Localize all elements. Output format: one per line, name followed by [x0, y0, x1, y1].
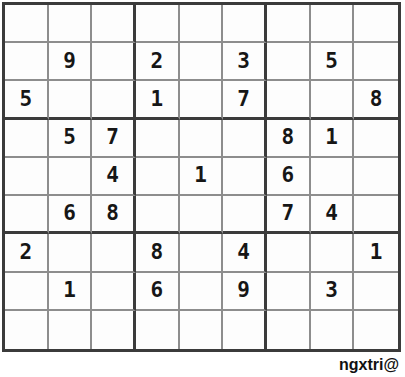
- cell-r2c3[interactable]: [92, 43, 136, 81]
- cell-r2c9[interactable]: [354, 43, 398, 81]
- cell-r6c2[interactable]: 6: [49, 196, 93, 234]
- cell-r9c5[interactable]: [180, 311, 224, 349]
- cell-r6c7[interactable]: 7: [267, 196, 311, 234]
- cell-r6c3[interactable]: 8: [92, 196, 136, 234]
- cell-r8c7[interactable]: [267, 273, 311, 311]
- cell-r4c6[interactable]: [223, 120, 267, 158]
- cell-r1c2[interactable]: [49, 5, 93, 43]
- cell-r3c4[interactable]: 1: [136, 81, 180, 119]
- cell-r3c6[interactable]: 7: [223, 81, 267, 119]
- cell-r8c6[interactable]: 9: [223, 273, 267, 311]
- cell-r2c5[interactable]: [180, 43, 224, 81]
- cell-r5c6[interactable]: [223, 158, 267, 196]
- cell-r6c1[interactable]: [5, 196, 49, 234]
- cell-r3c1[interactable]: 5: [5, 81, 49, 119]
- cell-r8c5[interactable]: [180, 273, 224, 311]
- sudoku-page: 923551785781416687428411693 ngxtri@: [0, 0, 405, 377]
- cell-r6c4[interactable]: [136, 196, 180, 234]
- cell-r8c4[interactable]: 6: [136, 273, 180, 311]
- cell-r1c6[interactable]: [223, 5, 267, 43]
- cell-r6c6[interactable]: [223, 196, 267, 234]
- cell-r3c7[interactable]: [267, 81, 311, 119]
- cell-r4c9[interactable]: [354, 120, 398, 158]
- cell-r3c3[interactable]: [92, 81, 136, 119]
- cell-r4c5[interactable]: [180, 120, 224, 158]
- cell-r5c4[interactable]: [136, 158, 180, 196]
- cell-r4c3[interactable]: 7: [92, 120, 136, 158]
- cell-r2c4[interactable]: 2: [136, 43, 180, 81]
- cell-r9c2[interactable]: [49, 311, 93, 349]
- cell-r8c8[interactable]: 3: [311, 273, 355, 311]
- cell-r3c5[interactable]: [180, 81, 224, 119]
- cell-r3c8[interactable]: [311, 81, 355, 119]
- cell-r5c2[interactable]: [49, 158, 93, 196]
- cell-r4c7[interactable]: 8: [267, 120, 311, 158]
- cell-r2c7[interactable]: [267, 43, 311, 81]
- cell-r4c4[interactable]: [136, 120, 180, 158]
- cell-r2c8[interactable]: 5: [311, 43, 355, 81]
- cell-r4c1[interactable]: [5, 120, 49, 158]
- cell-r6c9[interactable]: [354, 196, 398, 234]
- cell-r2c1[interactable]: [5, 43, 49, 81]
- cell-r8c2[interactable]: 1: [49, 273, 93, 311]
- cell-r1c5[interactable]: [180, 5, 224, 43]
- cell-r4c8[interactable]: 1: [311, 120, 355, 158]
- cell-r5c9[interactable]: [354, 158, 398, 196]
- sudoku-board: 923551785781416687428411693: [2, 2, 401, 352]
- cell-r9c8[interactable]: [311, 311, 355, 349]
- cell-r9c6[interactable]: [223, 311, 267, 349]
- cell-r7c2[interactable]: [49, 234, 93, 272]
- cell-r9c7[interactable]: [267, 311, 311, 349]
- cell-r1c8[interactable]: [311, 5, 355, 43]
- cell-r1c3[interactable]: [92, 5, 136, 43]
- watermark-text: ngxtri@: [339, 356, 399, 374]
- cell-r3c2[interactable]: [49, 81, 93, 119]
- cell-r5c1[interactable]: [5, 158, 49, 196]
- cell-r2c6[interactable]: 3: [223, 43, 267, 81]
- cell-r5c8[interactable]: [311, 158, 355, 196]
- cell-r7c5[interactable]: [180, 234, 224, 272]
- cell-r7c8[interactable]: [311, 234, 355, 272]
- cell-r8c9[interactable]: [354, 273, 398, 311]
- cell-r5c3[interactable]: 4: [92, 158, 136, 196]
- cell-r9c3[interactable]: [92, 311, 136, 349]
- cell-r8c1[interactable]: [5, 273, 49, 311]
- cell-r9c4[interactable]: [136, 311, 180, 349]
- cell-r6c8[interactable]: 4: [311, 196, 355, 234]
- cell-r7c4[interactable]: 8: [136, 234, 180, 272]
- cell-r7c7[interactable]: [267, 234, 311, 272]
- cell-r7c6[interactable]: 4: [223, 234, 267, 272]
- cell-r5c5[interactable]: 1: [180, 158, 224, 196]
- cell-r6c5[interactable]: [180, 196, 224, 234]
- cell-r7c9[interactable]: 1: [354, 234, 398, 272]
- cell-r1c7[interactable]: [267, 5, 311, 43]
- cell-r3c9[interactable]: 8: [354, 81, 398, 119]
- cell-r7c3[interactable]: [92, 234, 136, 272]
- cell-r9c9[interactable]: [354, 311, 398, 349]
- cell-r1c9[interactable]: [354, 5, 398, 43]
- cell-r9c1[interactable]: [5, 311, 49, 349]
- cell-r7c1[interactable]: 2: [5, 234, 49, 272]
- cell-r2c2[interactable]: 9: [49, 43, 93, 81]
- cell-r5c7[interactable]: 6: [267, 158, 311, 196]
- cell-r4c2[interactable]: 5: [49, 120, 93, 158]
- cell-r8c3[interactable]: [92, 273, 136, 311]
- cell-r1c4[interactable]: [136, 5, 180, 43]
- cell-r1c1[interactable]: [5, 5, 49, 43]
